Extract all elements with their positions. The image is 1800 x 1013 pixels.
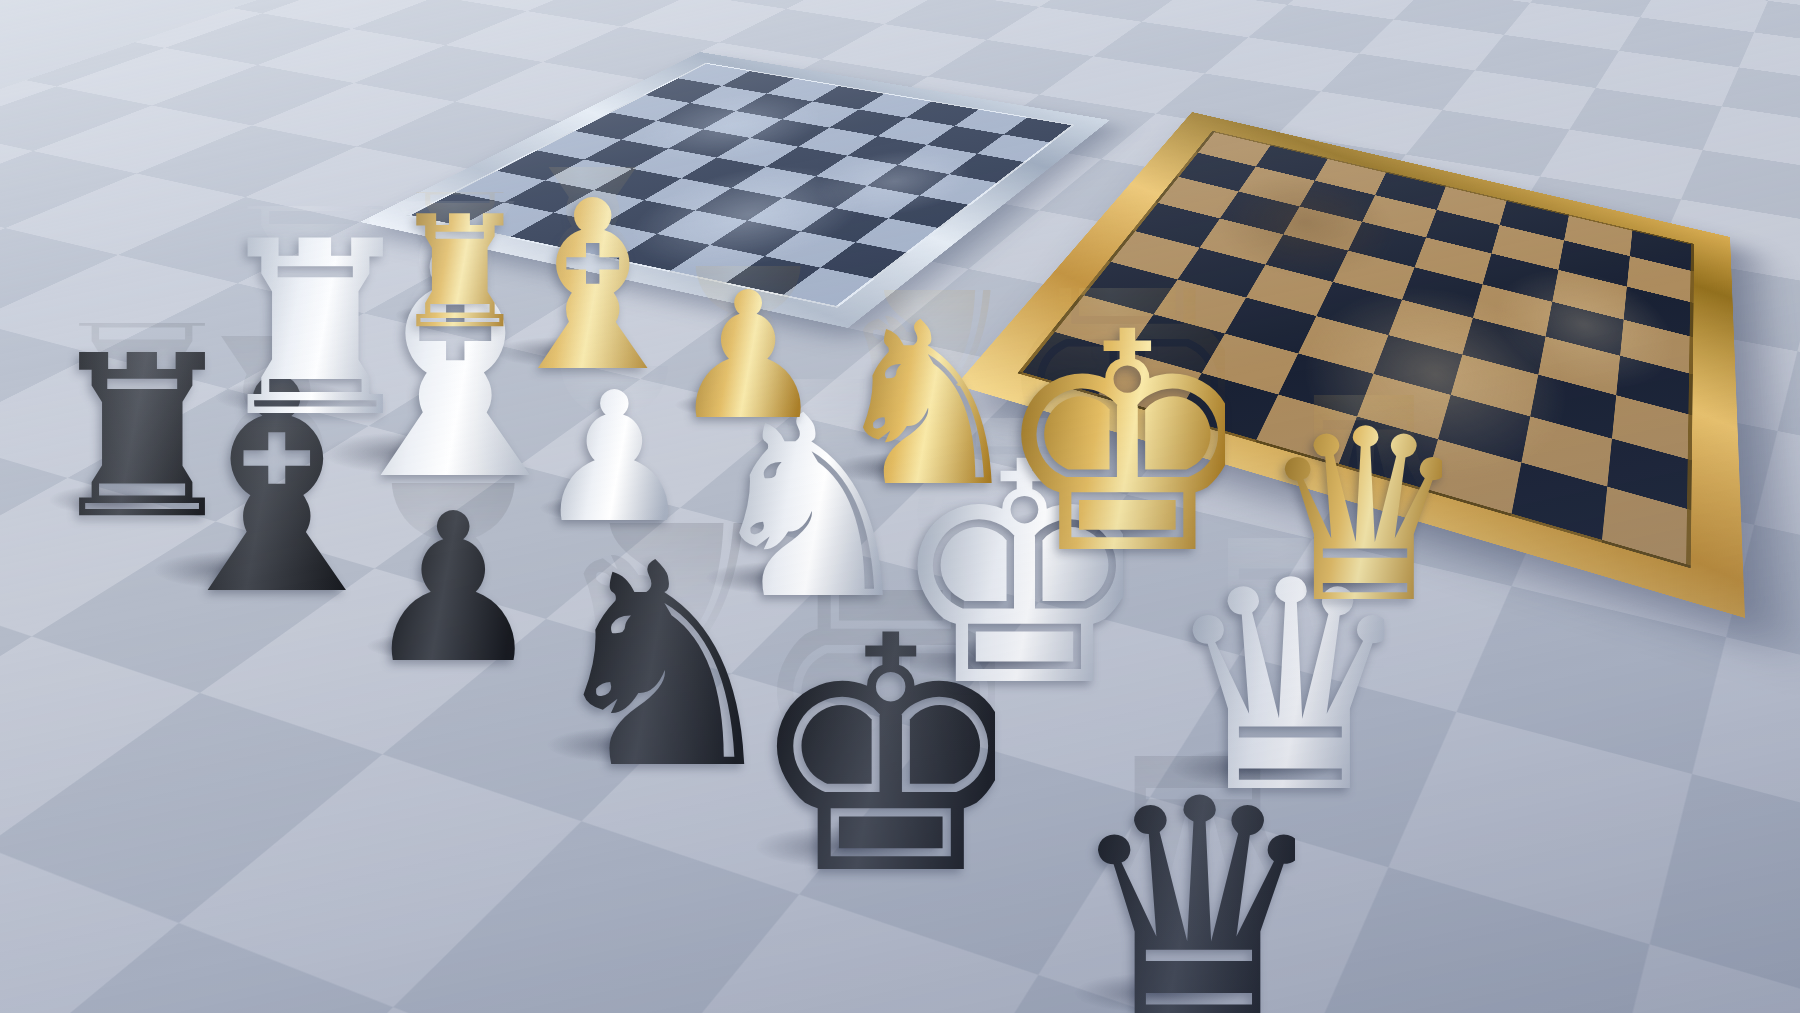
knight-glyph: ♞ xyxy=(827,295,1000,516)
gold-bishop-statue[interactable]: ♝ xyxy=(488,172,668,352)
king-glyph: ♚ xyxy=(992,295,1225,593)
bishop-glyph: ♝ xyxy=(488,172,668,402)
gold-king-statue[interactable]: ♚ xyxy=(992,295,1225,528)
gold-queen-statue[interactable]: ♛ xyxy=(1259,400,1442,583)
gold-knight-statue[interactable]: ♞ xyxy=(827,295,1000,468)
3d-viewport: ♜♜♝♝♟♟♞♞♚♚♛♛♜♜♝♝♟♟♞♞♚♚♛♛♜♜♝♝♟♟♞♞♚♚♛♛ xyxy=(0,0,1800,1013)
queen-glyph: ♛ xyxy=(1259,400,1442,634)
pawn-glyph: ♟ xyxy=(670,270,805,443)
gold-pawn-statue[interactable]: ♟ xyxy=(670,270,805,405)
